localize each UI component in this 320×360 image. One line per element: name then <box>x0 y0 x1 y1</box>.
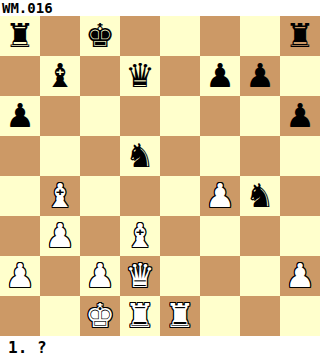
white-queen-icon: ♛ <box>125 256 155 296</box>
white-bishop-icon: ♝ <box>45 176 75 216</box>
square-e5[interactable] <box>160 136 200 176</box>
black-knight-icon: ♞ <box>125 136 155 176</box>
square-a8[interactable]: ♜ <box>0 16 40 56</box>
chess-board: ♜♚♜♝♛♟♟♟♟♞♝♟♞♟♝♟♟♛♟♚♜♜ <box>0 16 320 336</box>
square-b7[interactable]: ♝ <box>40 56 80 96</box>
square-e3[interactable] <box>160 216 200 256</box>
square-e7[interactable] <box>160 56 200 96</box>
square-d4[interactable] <box>120 176 160 216</box>
square-e6[interactable] <box>160 96 200 136</box>
square-g3[interactable] <box>240 216 280 256</box>
square-a3[interactable] <box>0 216 40 256</box>
square-b4[interactable]: ♝ <box>40 176 80 216</box>
square-h2[interactable]: ♟ <box>280 256 320 296</box>
square-f1[interactable] <box>200 296 240 336</box>
square-b6[interactable] <box>40 96 80 136</box>
white-pawn-icon: ♟ <box>205 176 235 216</box>
square-b8[interactable] <box>40 16 80 56</box>
square-b2[interactable] <box>40 256 80 296</box>
black-pawn-icon: ♟ <box>285 96 315 136</box>
square-f3[interactable] <box>200 216 240 256</box>
square-h3[interactable] <box>280 216 320 256</box>
white-pawn-icon: ♟ <box>85 256 115 296</box>
square-d6[interactable] <box>120 96 160 136</box>
square-d5[interactable]: ♞ <box>120 136 160 176</box>
square-b3[interactable]: ♟ <box>40 216 80 256</box>
move-prompt: 1. ? <box>0 336 320 360</box>
white-rook-icon: ♜ <box>165 296 195 336</box>
square-e8[interactable] <box>160 16 200 56</box>
black-pawn-icon: ♟ <box>5 96 35 136</box>
square-g5[interactable] <box>240 136 280 176</box>
square-h7[interactable] <box>280 56 320 96</box>
black-pawn-icon: ♟ <box>205 56 235 96</box>
square-c2[interactable]: ♟ <box>80 256 120 296</box>
square-g1[interactable] <box>240 296 280 336</box>
square-a4[interactable] <box>0 176 40 216</box>
square-e1[interactable]: ♜ <box>160 296 200 336</box>
square-e2[interactable] <box>160 256 200 296</box>
square-g7[interactable]: ♟ <box>240 56 280 96</box>
square-c3[interactable] <box>80 216 120 256</box>
chess-diagram: WM.016 ♜♚♜♝♛♟♟♟♟♞♝♟♞♟♝♟♟♛♟♚♜♜ 1. ? <box>0 0 320 360</box>
white-king-icon: ♚ <box>85 296 115 336</box>
white-pawn-icon: ♟ <box>5 256 35 296</box>
white-pawn-icon: ♟ <box>45 216 75 256</box>
square-h4[interactable] <box>280 176 320 216</box>
black-rook-icon: ♜ <box>5 16 35 56</box>
square-f5[interactable] <box>200 136 240 176</box>
square-f8[interactable] <box>200 16 240 56</box>
square-c4[interactable] <box>80 176 120 216</box>
square-f2[interactable] <box>200 256 240 296</box>
square-a2[interactable]: ♟ <box>0 256 40 296</box>
square-d8[interactable] <box>120 16 160 56</box>
black-pawn-icon: ♟ <box>245 56 275 96</box>
square-f4[interactable]: ♟ <box>200 176 240 216</box>
white-pawn-icon: ♟ <box>285 256 315 296</box>
square-h6[interactable]: ♟ <box>280 96 320 136</box>
square-a6[interactable]: ♟ <box>0 96 40 136</box>
square-a7[interactable] <box>0 56 40 96</box>
square-c8[interactable]: ♚ <box>80 16 120 56</box>
square-c1[interactable]: ♚ <box>80 296 120 336</box>
square-d7[interactable]: ♛ <box>120 56 160 96</box>
square-c5[interactable] <box>80 136 120 176</box>
square-h1[interactable] <box>280 296 320 336</box>
white-bishop-icon: ♝ <box>125 216 155 256</box>
square-c6[interactable] <box>80 96 120 136</box>
square-g4[interactable]: ♞ <box>240 176 280 216</box>
square-d2[interactable]: ♛ <box>120 256 160 296</box>
square-b5[interactable] <box>40 136 80 176</box>
black-king-icon: ♚ <box>85 16 115 56</box>
square-g2[interactable] <box>240 256 280 296</box>
square-a1[interactable] <box>0 296 40 336</box>
square-d3[interactable]: ♝ <box>120 216 160 256</box>
square-f7[interactable]: ♟ <box>200 56 240 96</box>
square-g6[interactable] <box>240 96 280 136</box>
square-h8[interactable]: ♜ <box>280 16 320 56</box>
square-d1[interactable]: ♜ <box>120 296 160 336</box>
square-c7[interactable] <box>80 56 120 96</box>
black-knight-icon: ♞ <box>245 176 275 216</box>
square-b1[interactable] <box>40 296 80 336</box>
black-rook-icon: ♜ <box>285 16 315 56</box>
square-h5[interactable] <box>280 136 320 176</box>
black-bishop-icon: ♝ <box>45 56 75 96</box>
square-g8[interactable] <box>240 16 280 56</box>
diagram-title: WM.016 <box>0 0 320 16</box>
square-f6[interactable] <box>200 96 240 136</box>
white-rook-icon: ♜ <box>125 296 155 336</box>
square-a5[interactable] <box>0 136 40 176</box>
black-queen-icon: ♛ <box>125 56 155 96</box>
square-e4[interactable] <box>160 176 200 216</box>
